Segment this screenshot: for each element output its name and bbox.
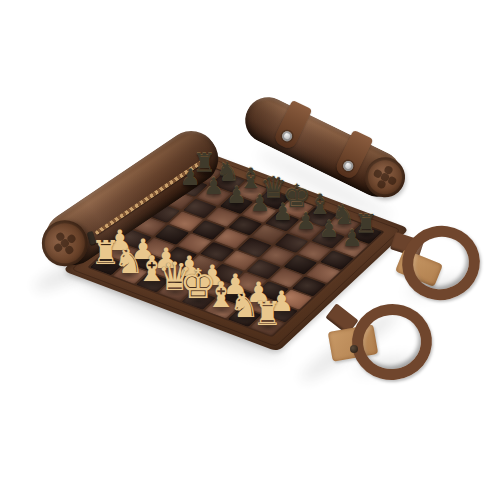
tube-strap-tab (272, 100, 312, 151)
piece-black-p-e7: ♟ (272, 201, 293, 224)
upper-strap-loop (394, 218, 488, 309)
rivet-icon (350, 345, 358, 353)
snap-button-icon (280, 129, 293, 142)
tube-end-cap (358, 151, 411, 204)
piece-white-r-h1: ♜ (253, 297, 283, 330)
quatrefoil-icon (380, 172, 391, 183)
quatrefoil-icon (59, 238, 70, 249)
piece-black-p-d7: ♟ (249, 192, 270, 215)
piece-black-p-h7: ♟ (342, 227, 363, 250)
piece-black-p-c7: ♟ (226, 183, 247, 206)
snap-button-icon (342, 159, 355, 172)
piece-black-p-a7: ♟ (180, 166, 201, 189)
product-photo-scene: ♜♞♝♛♚♝♞♜♟♟♟♟♟♟♟♟♟♟♟♟♟♟♟♟♜♞♝♛♚♝♞♜ (0, 0, 500, 500)
piece-black-p-b7: ♟ (203, 175, 224, 198)
piece-black-p-f7: ♟ (296, 209, 317, 232)
piece-black-p-g7: ♟ (319, 218, 340, 241)
